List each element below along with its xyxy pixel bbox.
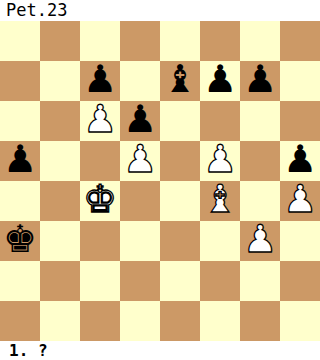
square-h6[interactable]: [280, 101, 320, 141]
black-pawn: ♟: [123, 99, 157, 139]
square-g6[interactable]: [240, 101, 280, 141]
square-h7[interactable]: [280, 61, 320, 101]
square-f7[interactable]: ♟: [200, 61, 240, 101]
black-pawn: ♟: [243, 59, 277, 99]
white-bishop: ♝: [203, 179, 237, 219]
square-h5[interactable]: ♟: [280, 141, 320, 181]
square-f4[interactable]: ♝: [200, 181, 240, 221]
black-pawn: ♟: [283, 139, 317, 179]
square-b1[interactable]: [40, 301, 80, 341]
black-bishop: ♝: [163, 59, 197, 99]
square-g1[interactable]: [240, 301, 280, 341]
square-d4[interactable]: [120, 181, 160, 221]
square-b3[interactable]: [40, 221, 80, 261]
square-g5[interactable]: [240, 141, 280, 181]
square-h3[interactable]: [280, 221, 320, 261]
black-king: ♚: [3, 219, 37, 259]
square-h1[interactable]: [280, 301, 320, 341]
square-g4[interactable]: [240, 181, 280, 221]
white-pawn: ♟: [283, 179, 317, 219]
square-d6[interactable]: ♟: [120, 101, 160, 141]
square-d1[interactable]: [120, 301, 160, 341]
square-b7[interactable]: [40, 61, 80, 101]
chess-board: ♟♝♟♟♟♟♟♟♟♟♚♝♟♚♟: [0, 21, 320, 341]
square-a8[interactable]: [0, 21, 40, 61]
square-e3[interactable]: [160, 221, 200, 261]
square-b6[interactable]: [40, 101, 80, 141]
square-c6[interactable]: ♟: [80, 101, 120, 141]
diagram-title: Pet.23: [0, 0, 320, 21]
square-c1[interactable]: [80, 301, 120, 341]
square-h4[interactable]: ♟: [280, 181, 320, 221]
square-d3[interactable]: [120, 221, 160, 261]
square-f1[interactable]: [200, 301, 240, 341]
square-a2[interactable]: [0, 261, 40, 301]
square-e7[interactable]: ♝: [160, 61, 200, 101]
square-d7[interactable]: [120, 61, 160, 101]
square-a4[interactable]: [0, 181, 40, 221]
square-e5[interactable]: [160, 141, 200, 181]
square-d2[interactable]: [120, 261, 160, 301]
white-pawn: ♟: [203, 139, 237, 179]
square-a7[interactable]: [0, 61, 40, 101]
square-a6[interactable]: [0, 101, 40, 141]
square-f2[interactable]: [200, 261, 240, 301]
square-d5[interactable]: ♟: [120, 141, 160, 181]
square-c3[interactable]: [80, 221, 120, 261]
square-b8[interactable]: [40, 21, 80, 61]
black-pawn: ♟: [3, 139, 37, 179]
square-f3[interactable]: [200, 221, 240, 261]
square-f6[interactable]: [200, 101, 240, 141]
square-f8[interactable]: [200, 21, 240, 61]
white-pawn: ♟: [123, 139, 157, 179]
square-c4[interactable]: ♚: [80, 181, 120, 221]
white-pawn: ♟: [83, 99, 117, 139]
square-a3[interactable]: ♚: [0, 221, 40, 261]
square-b4[interactable]: [40, 181, 80, 221]
white-pawn: ♟: [243, 219, 277, 259]
move-prompt: 1. ?: [0, 341, 320, 360]
black-pawn: ♟: [83, 59, 117, 99]
square-a5[interactable]: ♟: [0, 141, 40, 181]
square-g3[interactable]: ♟: [240, 221, 280, 261]
square-g8[interactable]: [240, 21, 280, 61]
square-c2[interactable]: [80, 261, 120, 301]
black-pawn: ♟: [203, 59, 237, 99]
square-g2[interactable]: [240, 261, 280, 301]
square-e6[interactable]: [160, 101, 200, 141]
square-c5[interactable]: [80, 141, 120, 181]
square-h2[interactable]: [280, 261, 320, 301]
white-king: ♚: [83, 179, 117, 219]
square-e8[interactable]: [160, 21, 200, 61]
square-a1[interactable]: [0, 301, 40, 341]
square-b2[interactable]: [40, 261, 80, 301]
square-h8[interactable]: [280, 21, 320, 61]
square-c7[interactable]: ♟: [80, 61, 120, 101]
square-e2[interactable]: [160, 261, 200, 301]
square-e1[interactable]: [160, 301, 200, 341]
square-c8[interactable]: [80, 21, 120, 61]
square-b5[interactable]: [40, 141, 80, 181]
square-d8[interactable]: [120, 21, 160, 61]
square-f5[interactable]: ♟: [200, 141, 240, 181]
square-g7[interactable]: ♟: [240, 61, 280, 101]
square-e4[interactable]: [160, 181, 200, 221]
